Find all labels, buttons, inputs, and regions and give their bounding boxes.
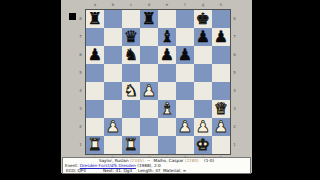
black-to-move-indicator [69,13,76,20]
chess-app-area: abcdefgh 87654321 87654321 abcdefgh ♜♜♚♛… [61,0,252,173]
square-d2 [140,118,158,136]
black-pawn-e6: ♟ [160,46,174,64]
coord-label-a: a [86,2,104,7]
square-a8: ♜ [86,10,104,28]
square-e3: ♝ [158,100,176,118]
coord-label-3: 3 [78,99,83,117]
coord-label-c: c [122,2,140,7]
square-d4: ♟ [140,82,158,100]
coord-label-3: 3 [232,99,237,117]
square-f7 [176,28,194,46]
square-b4 [104,82,122,100]
square-f6: ♟ [176,46,194,64]
coord-label-g: g [194,2,212,7]
coord-label-6: 6 [232,45,237,63]
black-player-rating: (2280) [185,158,199,163]
square-g2: ♟ [194,118,212,136]
square-c3 [122,100,140,118]
square-h6 [212,46,230,64]
square-h2: ♟ [212,118,230,136]
white-queen-h3: ♛ [214,100,228,118]
square-g8: ♚ [194,10,212,28]
coord-label-f: f [176,2,194,7]
coord-label-b: b [104,2,122,7]
next-move-stat: Next: 41. Qg4 [103,168,132,173]
square-e4 [158,82,176,100]
square-a3 [86,100,104,118]
black-king-g8: ♚ [196,10,210,28]
black-pawn-f6: ♟ [178,46,192,64]
coord-label-1: 1 [78,135,83,153]
coord-label-5: 5 [232,63,237,81]
square-a1: ♜ [86,136,104,154]
black-rook-a8: ♜ [88,10,102,28]
square-b6 [104,46,122,64]
coord-label-8: 8 [232,9,237,27]
square-e6: ♟ [158,46,176,64]
square-a6: ♟ [86,46,104,64]
square-a5 [86,64,104,82]
coord-label-7: 7 [78,27,83,45]
square-f5 [176,64,194,82]
rank-labels-left: 87654321 [78,9,83,153]
game-info-panel: Saylor, Ruslan (2345) -- Malho, Caspar (… [62,157,251,174]
square-a2 [86,118,104,136]
black-pawn-g7: ♟ [196,28,210,46]
square-a7 [86,28,104,46]
white-knight-c4: ♞ [124,82,138,100]
black-knight-c6: ♞ [124,46,138,64]
white-bishop-e3: ♝ [160,100,174,118]
white-pawn-h2: ♟ [214,118,228,136]
coord-label-8: 8 [78,9,83,27]
square-b5 [104,64,122,82]
file-labels-top: abcdefgh [86,2,230,7]
square-h4 [212,82,230,100]
black-rook-d8: ♜ [142,10,156,28]
black-pawn-a6: ♟ [88,46,102,64]
square-f8 [176,10,194,28]
white-pawn-d4: ♟ [142,82,156,100]
white-pawn-g2: ♟ [196,118,210,136]
square-c4: ♞ [122,82,140,100]
square-d7 [140,28,158,46]
material-stat: Material: = [163,168,186,173]
square-e5 [158,64,176,82]
square-f4 [176,82,194,100]
coord-label-2: 2 [232,117,237,135]
square-c2 [122,118,140,136]
square-f2: ♟ [176,118,194,136]
square-e8 [158,10,176,28]
white-pawn-f2: ♟ [178,118,192,136]
square-a4 [86,82,104,100]
coord-label-5: 5 [78,63,83,81]
game-length-stat: Length: 47 [138,168,161,173]
coord-label-e: e [158,2,176,7]
coord-label-4: 4 [232,81,237,99]
coord-label-2: 2 [78,117,83,135]
coord-label-1: 1 [232,135,237,153]
coord-label-4: 4 [78,81,83,99]
square-h3: ♛ [212,100,230,118]
square-b3 [104,100,122,118]
black-bishop-e7: ♝ [160,28,174,46]
eco-stat: ECO: QP4 [66,168,86,173]
square-h8 [212,10,230,28]
white-rook-a1: ♜ [88,136,102,154]
square-c5 [122,64,140,82]
square-g4 [194,82,212,100]
square-e7: ♝ [158,28,176,46]
square-b7 [104,28,122,46]
black-pawn-h7: ♟ [214,28,228,46]
white-pawn-b2: ♟ [106,118,120,136]
square-f3 [176,100,194,118]
chess-board: ♜♜♚♛♝♟♟♟♞♟♟♞♟♝♛♟♟♟♟♜♜♚ [85,9,231,155]
coord-label-6: 6 [78,45,83,63]
stats-line: ECO: QP4 Next: 41. Qg4 Length: 47 Materi… [63,168,250,173]
black-queen-c7: ♛ [124,28,138,46]
square-e1 [158,136,176,154]
square-g1: ♚ [194,136,212,154]
game-result: (1-0) [200,158,214,163]
square-d8: ♜ [140,10,158,28]
square-h1 [212,136,230,154]
video-frame: abcdefgh 87654321 87654321 abcdefgh ♜♜♚♛… [0,0,320,180]
square-c7: ♛ [122,28,140,46]
square-h5 [212,64,230,82]
square-f1 [176,136,194,154]
square-e2 [158,118,176,136]
coord-label-d: d [140,2,158,7]
square-g7: ♟ [194,28,212,46]
square-h7: ♟ [212,28,230,46]
square-g3 [194,100,212,118]
rank-labels-right: 87654321 [232,9,237,153]
square-g6 [194,46,212,64]
square-b2: ♟ [104,118,122,136]
square-c8 [122,10,140,28]
square-d3 [140,100,158,118]
square-c6: ♞ [122,46,140,64]
square-g5 [194,64,212,82]
white-king-g1: ♚ [196,136,210,154]
square-d5 [140,64,158,82]
square-d1 [140,136,158,154]
coord-label-7: 7 [232,27,237,45]
square-d6 [140,46,158,64]
square-c1: ♜ [122,136,140,154]
coord-label-h: h [212,2,230,7]
white-rook-c1: ♜ [124,136,138,154]
square-b8 [104,10,122,28]
square-b1 [104,136,122,154]
